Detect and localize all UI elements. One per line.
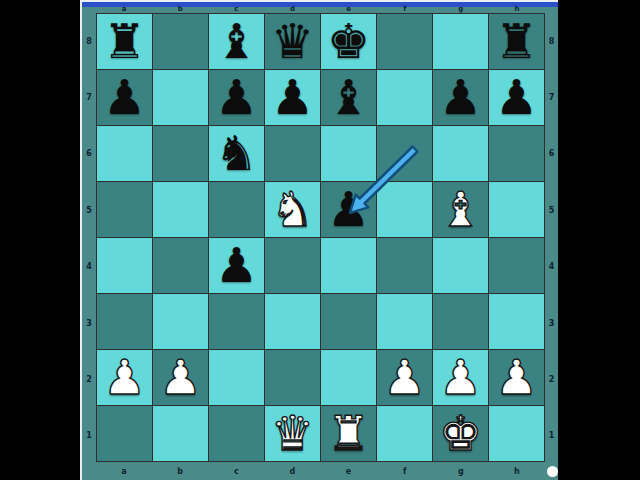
chess-board: ♜♝♛♚♜♟♟♟♝♟♟♞♞♟♝♟♟♟♟♟♟♛♜♚ — [96, 13, 545, 462]
file-label-bottom-g: g — [433, 465, 489, 478]
square-b4 — [153, 238, 208, 293]
black-pawn-e5: ♟ — [327, 182, 370, 237]
rank-label-left-1: 1 — [82, 431, 96, 440]
rank-label-right-5: 5 — [545, 206, 558, 215]
black-king-e8: ♚ — [327, 14, 370, 69]
black-pawn-d7: ♟ — [271, 70, 314, 125]
square-h1 — [489, 406, 544, 461]
square-f4 — [377, 238, 432, 293]
square-g4 — [433, 238, 488, 293]
rank-label-left-4: 4 — [82, 262, 96, 271]
square-h6 — [489, 126, 544, 181]
file-label-top-h: h — [489, 5, 545, 13]
square-b7 — [153, 70, 208, 125]
square-d8: ♛ — [265, 14, 320, 69]
square-b5 — [153, 182, 208, 237]
square-b8 — [153, 14, 208, 69]
rank-labels-left: 87654321 — [82, 13, 96, 464]
black-bishop-c8: ♝ — [215, 14, 258, 69]
file-label-top-b: b — [152, 5, 208, 13]
file-label-bottom-d: d — [264, 465, 320, 478]
white-pawn-b2: ♟ — [159, 350, 202, 405]
rank-label-left-7: 7 — [82, 93, 96, 102]
file-labels-bottom: abcdefgh — [96, 465, 545, 478]
rank-label-left-6: 6 — [82, 149, 96, 158]
rank-label-right-8: 8 — [545, 37, 558, 46]
rank-label-left-3: 3 — [82, 319, 96, 328]
square-e5: ♟ — [321, 182, 376, 237]
square-d2 — [265, 350, 320, 405]
white-bishop-g5: ♝ — [439, 182, 482, 237]
black-pawn-c4: ♟ — [215, 238, 258, 293]
square-d1: ♛ — [265, 406, 320, 461]
square-c3 — [209, 294, 264, 349]
file-label-top-a: a — [96, 5, 152, 13]
square-h7: ♟ — [489, 70, 544, 125]
file-label-bottom-f: f — [377, 465, 433, 478]
square-c7: ♟ — [209, 70, 264, 125]
square-e3 — [321, 294, 376, 349]
square-e1: ♜ — [321, 406, 376, 461]
square-g3 — [433, 294, 488, 349]
square-e8: ♚ — [321, 14, 376, 69]
black-rook-h8: ♜ — [495, 14, 538, 69]
square-c4: ♟ — [209, 238, 264, 293]
square-e2 — [321, 350, 376, 405]
square-h5 — [489, 182, 544, 237]
rank-label-right-7: 7 — [545, 93, 558, 102]
white-queen-d1: ♛ — [271, 406, 314, 461]
square-f5 — [377, 182, 432, 237]
rank-label-left-5: 5 — [82, 206, 96, 215]
square-f6 — [377, 126, 432, 181]
black-pawn-a7: ♟ — [103, 70, 146, 125]
square-d4 — [265, 238, 320, 293]
file-label-bottom-c: c — [208, 465, 264, 478]
square-h2: ♟ — [489, 350, 544, 405]
square-f1 — [377, 406, 432, 461]
rank-label-right-6: 6 — [545, 149, 558, 158]
white-to-move-indicator — [547, 466, 558, 477]
square-c1 — [209, 406, 264, 461]
square-c5 — [209, 182, 264, 237]
rank-labels-right: 87654321 — [545, 13, 558, 464]
square-b6 — [153, 126, 208, 181]
file-label-top-c: c — [208, 5, 264, 13]
square-a6 — [97, 126, 152, 181]
square-b2: ♟ — [153, 350, 208, 405]
file-label-bottom-e: e — [321, 465, 377, 478]
rank-label-right-4: 4 — [545, 262, 558, 271]
square-a7: ♟ — [97, 70, 152, 125]
white-pawn-h2: ♟ — [495, 350, 538, 405]
black-bishop-e7: ♝ — [327, 70, 370, 125]
file-labels-top: abcdefgh — [96, 5, 545, 13]
square-b1 — [153, 406, 208, 461]
file-label-top-f: f — [377, 5, 433, 13]
white-pawn-a2: ♟ — [103, 350, 146, 405]
square-g1: ♚ — [433, 406, 488, 461]
square-g2: ♟ — [433, 350, 488, 405]
square-a1 — [97, 406, 152, 461]
square-c6: ♞ — [209, 126, 264, 181]
white-pawn-g2: ♟ — [439, 350, 482, 405]
square-f8 — [377, 14, 432, 69]
white-knight-d5: ♞ — [271, 182, 314, 237]
square-b3 — [153, 294, 208, 349]
square-g6 — [433, 126, 488, 181]
black-rook-a8: ♜ — [103, 14, 146, 69]
square-h3 — [489, 294, 544, 349]
square-f3 — [377, 294, 432, 349]
square-d6 — [265, 126, 320, 181]
file-label-top-e: e — [321, 5, 377, 13]
file-label-bottom-b: b — [152, 465, 208, 478]
file-label-top-g: g — [433, 5, 489, 13]
square-c2 — [209, 350, 264, 405]
white-king-g1: ♚ — [439, 406, 482, 461]
square-d3 — [265, 294, 320, 349]
file-label-bottom-h: h — [489, 465, 545, 478]
file-label-top-d: d — [264, 5, 320, 13]
white-pawn-f2: ♟ — [383, 350, 426, 405]
rank-label-left-2: 2 — [82, 375, 96, 384]
square-g8 — [433, 14, 488, 69]
square-e4 — [321, 238, 376, 293]
video-frame: { "game": "chess", "position": { "fen": … — [0, 0, 640, 480]
square-e7: ♝ — [321, 70, 376, 125]
square-a4 — [97, 238, 152, 293]
square-d5: ♞ — [265, 182, 320, 237]
square-d7: ♟ — [265, 70, 320, 125]
rank-label-right-2: 2 — [545, 375, 558, 384]
square-f2: ♟ — [377, 350, 432, 405]
black-pawn-g7: ♟ — [439, 70, 482, 125]
square-f7 — [377, 70, 432, 125]
square-g5: ♝ — [433, 182, 488, 237]
rank-label-left-8: 8 — [82, 37, 96, 46]
black-pawn-c7: ♟ — [215, 70, 258, 125]
square-c8: ♝ — [209, 14, 264, 69]
square-h4 — [489, 238, 544, 293]
square-g7: ♟ — [433, 70, 488, 125]
file-label-bottom-a: a — [96, 465, 152, 478]
square-a2: ♟ — [97, 350, 152, 405]
square-h8: ♜ — [489, 14, 544, 69]
square-e6 — [321, 126, 376, 181]
black-queen-d8: ♛ — [271, 14, 314, 69]
square-a8: ♜ — [97, 14, 152, 69]
rank-label-right-1: 1 — [545, 431, 558, 440]
chess-app-window: abcdefgh 87654321 87654321 abcdefgh ♜♝♛♚… — [80, 0, 558, 480]
white-rook-e1: ♜ — [327, 406, 370, 461]
square-a3 — [97, 294, 152, 349]
black-pawn-h7: ♟ — [495, 70, 538, 125]
rank-label-right-3: 3 — [545, 319, 558, 328]
square-a5 — [97, 182, 152, 237]
black-knight-c6: ♞ — [215, 126, 258, 181]
